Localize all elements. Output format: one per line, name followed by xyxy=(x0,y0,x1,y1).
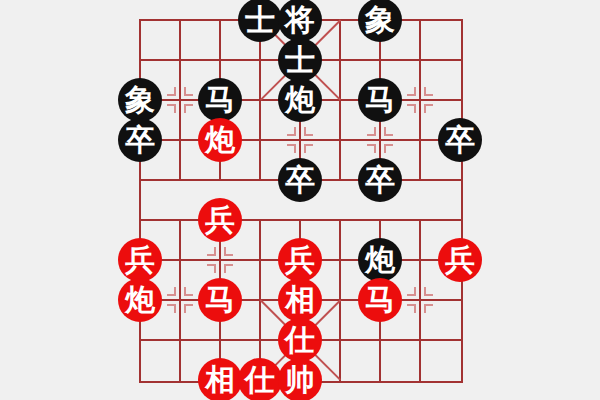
point-marker xyxy=(286,126,314,154)
piece-black-advisor-2[interactable]: 士 xyxy=(278,38,322,82)
point-marker xyxy=(206,246,234,274)
piece-red-cannon-1[interactable]: 炮 xyxy=(198,118,242,162)
xiangqi-board: 士将象士象马炮马卒炮卒卒卒兵兵兵炮兵炮马相马仕相仕帅 xyxy=(140,20,460,380)
piece-red-horse-2[interactable]: 马 xyxy=(358,278,402,322)
point-marker-bracket xyxy=(184,304,193,313)
piece-red-elephant-2[interactable]: 相 xyxy=(198,358,242,400)
board-cell xyxy=(341,341,381,381)
piece-black-elephant-2[interactable]: 象 xyxy=(118,78,162,122)
screenshot-canvas: 士将象士象马炮马卒炮卒卒卒兵兵兵炮兵炮马相马仕相仕帅 xyxy=(0,0,600,400)
point-marker xyxy=(406,286,434,314)
point-marker-bracket xyxy=(167,87,176,96)
point-marker-bracket xyxy=(407,104,416,113)
point-marker xyxy=(166,286,194,314)
board-cell xyxy=(381,341,421,381)
piece-black-cannon-1[interactable]: 炮 xyxy=(278,78,322,122)
piece-red-advisor-2[interactable]: 仕 xyxy=(238,358,282,400)
board-cell xyxy=(421,21,461,61)
point-marker-bracket xyxy=(424,287,433,296)
piece-red-cannon-2[interactable]: 炮 xyxy=(118,278,162,322)
piece-black-horse-1[interactable]: 马 xyxy=(198,78,242,122)
point-marker xyxy=(406,86,434,114)
piece-red-horse-1[interactable]: 马 xyxy=(198,278,242,322)
board-cell xyxy=(141,21,181,61)
river-cell xyxy=(141,181,181,221)
piece-black-horse-2[interactable]: 马 xyxy=(358,78,402,122)
point-marker-bracket xyxy=(304,127,313,136)
point-marker-bracket xyxy=(207,247,216,256)
piece-red-soldier-2[interactable]: 兵 xyxy=(118,238,162,282)
point-marker-bracket xyxy=(424,87,433,96)
point-marker-bracket xyxy=(207,264,216,273)
point-marker-bracket xyxy=(424,304,433,313)
point-marker-bracket xyxy=(424,104,433,113)
point-marker-bracket xyxy=(367,144,376,153)
point-marker-bracket xyxy=(184,287,193,296)
point-marker-bracket xyxy=(407,287,416,296)
river-cell xyxy=(421,181,461,221)
point-marker-bracket xyxy=(184,104,193,113)
piece-red-soldier-4[interactable]: 兵 xyxy=(438,238,482,282)
piece-black-soldier-3[interactable]: 卒 xyxy=(278,158,322,202)
point-marker-bracket xyxy=(167,304,176,313)
point-marker-bracket xyxy=(304,144,313,153)
piece-black-soldier-4[interactable]: 卒 xyxy=(358,158,402,202)
point-marker-bracket xyxy=(184,87,193,96)
board-cell xyxy=(141,341,181,381)
point-marker-bracket xyxy=(167,104,176,113)
point-marker-bracket xyxy=(287,127,296,136)
point-marker-bracket xyxy=(287,144,296,153)
point-marker-bracket xyxy=(384,127,393,136)
point-marker-bracket xyxy=(384,144,393,153)
piece-red-general[interactable]: 帅 xyxy=(278,358,322,400)
point-marker-bracket xyxy=(367,127,376,136)
piece-black-soldier-1[interactable]: 卒 xyxy=(118,118,162,162)
piece-black-cannon-2[interactable]: 炮 xyxy=(358,238,402,282)
piece-black-soldier-2[interactable]: 卒 xyxy=(438,118,482,162)
point-marker-bracket xyxy=(407,304,416,313)
point-marker-bracket xyxy=(167,287,176,296)
piece-black-general[interactable]: 将 xyxy=(278,0,322,42)
point-marker-bracket xyxy=(224,247,233,256)
piece-black-elephant-1[interactable]: 象 xyxy=(358,0,402,42)
piece-red-elephant-1[interactable]: 相 xyxy=(278,278,322,322)
board-cell xyxy=(421,341,461,381)
point-marker-bracket xyxy=(407,87,416,96)
piece-red-soldier-3[interactable]: 兵 xyxy=(278,238,322,282)
point-marker-bracket xyxy=(224,264,233,273)
piece-red-soldier-1[interactable]: 兵 xyxy=(198,198,242,242)
piece-red-advisor-1[interactable]: 仕 xyxy=(278,318,322,362)
board-cell xyxy=(181,21,221,61)
piece-black-advisor-1[interactable]: 士 xyxy=(238,0,282,42)
point-marker xyxy=(166,86,194,114)
point-marker xyxy=(366,126,394,154)
